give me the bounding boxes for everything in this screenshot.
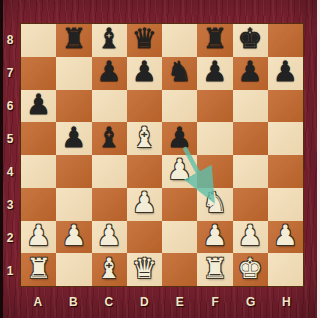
square-b3[interactable]	[56, 188, 91, 221]
rank-label-2: 2	[0, 221, 20, 254]
square-g2[interactable]: ♟	[233, 221, 268, 254]
black-pawn-icon-e5[interactable]: ♟	[167, 124, 192, 152]
square-f4[interactable]	[197, 155, 232, 188]
square-c1[interactable]: ♝	[92, 253, 127, 286]
square-e4[interactable]: ♟	[162, 155, 197, 188]
square-c5[interactable]: ♝	[92, 122, 127, 155]
square-c3[interactable]	[92, 188, 127, 221]
square-c4[interactable]	[92, 155, 127, 188]
white-queen-icon-d1[interactable]: ♛	[132, 255, 157, 283]
square-f5[interactable]	[197, 122, 232, 155]
black-queen-icon-d8[interactable]: ♛	[132, 25, 157, 53]
square-d7[interactable]: ♟	[127, 57, 162, 90]
white-pawn-icon-f2[interactable]: ♟	[202, 222, 227, 250]
file-labels: ABCDEFGH	[20, 287, 304, 316]
square-e1[interactable]	[162, 253, 197, 286]
square-a7[interactable]	[21, 57, 56, 90]
square-e5[interactable]: ♟	[162, 122, 197, 155]
square-f3[interactable]: ♞	[197, 188, 232, 221]
white-bishop-icon-d5[interactable]: ♝	[132, 124, 157, 152]
file-label-a: A	[20, 287, 56, 316]
square-a4[interactable]	[21, 155, 56, 188]
square-d8[interactable]: ♛	[127, 24, 162, 57]
left-edge-line	[0, 0, 3, 318]
board-frame: 87654321 ♜♝♛♜♚♟♟♞♟♟♟♟♟♝♝♟♟♟♞♟♟♟♟♟♟♜♝♛♜♚ …	[0, 0, 320, 318]
white-knight-icon-f3[interactable]: ♞	[202, 189, 227, 217]
white-pawn-icon-d3[interactable]: ♟	[132, 189, 157, 217]
black-pawn-icon-f7[interactable]: ♟	[202, 58, 227, 86]
square-c2[interactable]: ♟	[92, 221, 127, 254]
square-g5[interactable]	[233, 122, 268, 155]
square-f8[interactable]: ♜	[197, 24, 232, 57]
rank-label-6: 6	[0, 89, 20, 122]
file-label-h: H	[269, 287, 305, 316]
square-a3[interactable]	[21, 188, 56, 221]
rank-label-1: 1	[0, 254, 20, 287]
square-c7[interactable]: ♟	[92, 57, 127, 90]
square-d6[interactable]	[127, 90, 162, 123]
square-b7[interactable]	[56, 57, 91, 90]
square-h3[interactable]	[268, 188, 303, 221]
square-g1[interactable]: ♚	[233, 253, 268, 286]
square-b4[interactable]	[56, 155, 91, 188]
black-bishop-icon-c5[interactable]: ♝	[97, 124, 122, 152]
rank-label-4: 4	[0, 155, 20, 188]
square-d4[interactable]	[127, 155, 162, 188]
black-knight-icon-e7[interactable]: ♞	[167, 58, 192, 86]
file-label-d: D	[127, 287, 163, 316]
black-rook-icon-f8[interactable]: ♜	[202, 25, 227, 53]
rank-label-7: 7	[0, 56, 20, 89]
black-pawn-icon-h7[interactable]: ♟	[273, 58, 298, 86]
white-pawn-icon-e4[interactable]: ♟	[167, 156, 192, 184]
square-e7[interactable]: ♞	[162, 57, 197, 90]
square-c8[interactable]: ♝	[92, 24, 127, 57]
black-pawn-icon-c7[interactable]: ♟	[97, 58, 122, 86]
square-d3[interactable]: ♟	[127, 188, 162, 221]
square-a2[interactable]: ♟	[21, 221, 56, 254]
square-h8[interactable]	[268, 24, 303, 57]
white-rook-icon-f1[interactable]: ♜	[202, 255, 227, 283]
white-pawn-icon-b2[interactable]: ♟	[61, 222, 86, 250]
square-g6[interactable]	[233, 90, 268, 123]
square-c6[interactable]	[92, 90, 127, 123]
square-h7[interactable]: ♟	[268, 57, 303, 90]
square-f7[interactable]: ♟	[197, 57, 232, 90]
black-pawn-icon-d7[interactable]: ♟	[132, 58, 157, 86]
white-pawn-icon-c2[interactable]: ♟	[97, 222, 122, 250]
square-d5[interactable]: ♝	[127, 122, 162, 155]
black-rook-icon-b8[interactable]: ♜	[61, 25, 86, 53]
square-h6[interactable]	[268, 90, 303, 123]
file-label-e: E	[162, 287, 198, 316]
rank-label-3: 3	[0, 188, 20, 221]
square-e2[interactable]	[162, 221, 197, 254]
square-a8[interactable]	[21, 24, 56, 57]
white-rook-icon-a1[interactable]: ♜	[26, 255, 51, 283]
square-f6[interactable]	[197, 90, 232, 123]
file-label-f: F	[198, 287, 234, 316]
square-h2[interactable]: ♟	[268, 221, 303, 254]
square-g8[interactable]: ♚	[233, 24, 268, 57]
white-pawn-icon-h2[interactable]: ♟	[273, 222, 298, 250]
square-a6[interactable]: ♟	[21, 90, 56, 123]
rank-label-8: 8	[0, 23, 20, 56]
black-pawn-icon-g7[interactable]: ♟	[238, 58, 263, 86]
square-e6[interactable]	[162, 90, 197, 123]
square-a1[interactable]: ♜	[21, 253, 56, 286]
black-bishop-icon-c8[interactable]: ♝	[97, 25, 122, 53]
square-e8[interactable]	[162, 24, 197, 57]
square-h4[interactable]	[268, 155, 303, 188]
square-g7[interactable]: ♟	[233, 57, 268, 90]
chess-board[interactable]: ♜♝♛♜♚♟♟♞♟♟♟♟♟♝♝♟♟♟♞♟♟♟♟♟♟♜♝♛♜♚	[20, 23, 304, 287]
square-h1[interactable]	[268, 253, 303, 286]
square-a5[interactable]	[21, 122, 56, 155]
square-f1[interactable]: ♜	[197, 253, 232, 286]
square-g3[interactable]	[233, 188, 268, 221]
square-b1[interactable]	[56, 253, 91, 286]
rank-label-5: 5	[0, 122, 20, 155]
square-b5[interactable]: ♟	[56, 122, 91, 155]
square-f2[interactable]: ♟	[197, 221, 232, 254]
rank-labels: 87654321	[0, 23, 20, 287]
file-label-b: B	[56, 287, 92, 316]
square-d1[interactable]: ♛	[127, 253, 162, 286]
black-pawn-icon-a6[interactable]: ♟	[26, 91, 51, 119]
square-g4[interactable]	[233, 155, 268, 188]
black-pawn-icon-b5[interactable]: ♟	[61, 124, 86, 152]
square-d2[interactable]	[127, 221, 162, 254]
white-pawn-icon-g2[interactable]: ♟	[238, 222, 263, 250]
white-bishop-icon-c1[interactable]: ♝	[97, 255, 122, 283]
file-label-g: G	[233, 287, 269, 316]
black-king-icon-g8[interactable]: ♚	[238, 25, 263, 53]
file-label-c: C	[91, 287, 127, 316]
square-b6[interactable]	[56, 90, 91, 123]
white-king-icon-g1[interactable]: ♚	[238, 255, 263, 283]
square-e3[interactable]	[162, 188, 197, 221]
square-h5[interactable]	[268, 122, 303, 155]
white-pawn-icon-a2[interactable]: ♟	[26, 222, 51, 250]
square-b2[interactable]: ♟	[56, 221, 91, 254]
square-b8[interactable]: ♜	[56, 24, 91, 57]
